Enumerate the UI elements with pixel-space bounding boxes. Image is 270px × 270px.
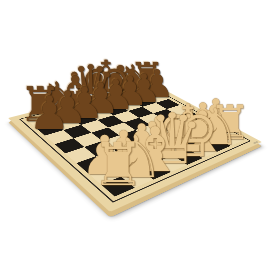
chess-set-photo: ♜♞♝♛♚♝♞♜♟♟♟♟♟♟♟♟♟♟♟♟♟♟♟♟♜♞♝♛♚♝♞♜: [0, 0, 270, 270]
piece-white-rook[interactable]: ♜: [91, 136, 144, 195]
brand-mark: [253, 141, 259, 144]
pieces-layer: ♜♞♝♛♚♝♞♜♟♟♟♟♟♟♟♟♟♟♟♟♟♟♟♟♜♞♝♛♚♝♞♜: [0, 0, 270, 270]
piece-black-pawn[interactable]: ♟: [29, 90, 70, 136]
